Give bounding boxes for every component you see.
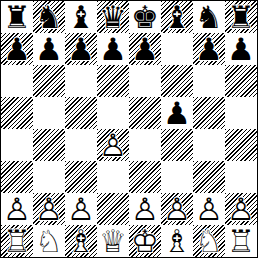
square-a5[interactable]	[1, 97, 33, 129]
square-b4[interactable]	[33, 129, 65, 161]
piece-glyph: ♛	[97, 1, 129, 33]
piece-halo: ♜	[1, 1, 33, 33]
square-h4[interactable]	[225, 129, 257, 161]
square-d3[interactable]	[97, 161, 129, 193]
white-rook: ♜♖	[225, 225, 257, 257]
square-g7[interactable]: ♟♟	[193, 33, 225, 65]
square-g1[interactable]: ♞♘	[193, 225, 225, 257]
square-a2[interactable]: ♟♙	[1, 193, 33, 225]
piece-halo: ♟	[161, 193, 193, 225]
square-g4[interactable]	[193, 129, 225, 161]
piece-glyph: ♝	[161, 1, 193, 33]
piece-glyph: ♟	[97, 33, 129, 65]
black-bishop: ♝♝	[65, 1, 97, 33]
piece-glyph: ♟	[225, 33, 257, 65]
square-d4[interactable]: ♟♙	[97, 129, 129, 161]
black-pawn: ♟♟	[161, 97, 193, 129]
square-h8[interactable]: ♜♜	[225, 1, 257, 33]
white-bishop: ♝♗	[161, 225, 193, 257]
square-a6[interactable]	[1, 65, 33, 97]
square-f4[interactable]	[161, 129, 193, 161]
square-f5[interactable]: ♟♟	[161, 97, 193, 129]
piece-glyph: ♙	[129, 193, 161, 225]
piece-glyph: ♟	[161, 97, 193, 129]
square-h7[interactable]: ♟♟	[225, 33, 257, 65]
piece-glyph: ♖	[225, 225, 257, 257]
white-knight: ♞♘	[33, 225, 65, 257]
square-h5[interactable]	[225, 97, 257, 129]
piece-glyph: ♟	[193, 33, 225, 65]
piece-halo: ♟	[97, 33, 129, 65]
piece-halo: ♝	[65, 225, 97, 257]
white-pawn: ♟♙	[1, 193, 33, 225]
piece-halo: ♞	[33, 225, 65, 257]
piece-glyph: ♔	[129, 225, 161, 257]
square-c2[interactable]: ♟♙	[65, 193, 97, 225]
piece-halo: ♟	[97, 129, 129, 161]
square-g6[interactable]	[193, 65, 225, 97]
white-pawn: ♟♙	[33, 193, 65, 225]
chess-diagram: ♜♜♞♞♝♝♛♛♚♚♝♝♞♞♜♜♟♟♟♟♟♟♟♟♟♟♟♟♟♟♟♟♟♙♟♙♟♙♟♙…	[0, 0, 258, 258]
piece-glyph: ♟	[1, 33, 33, 65]
piece-glyph: ♞	[33, 1, 65, 33]
white-pawn: ♟♙	[193, 193, 225, 225]
piece-halo: ♟	[129, 33, 161, 65]
piece-glyph: ♟	[65, 33, 97, 65]
white-rook: ♜♖	[1, 225, 33, 257]
black-pawn: ♟♟	[225, 33, 257, 65]
piece-halo: ♟	[65, 33, 97, 65]
square-h3[interactable]	[225, 161, 257, 193]
piece-glyph: ♙	[65, 193, 97, 225]
square-h2[interactable]: ♟♙	[225, 193, 257, 225]
square-g3[interactable]	[193, 161, 225, 193]
white-bishop: ♝♗	[65, 225, 97, 257]
square-d2[interactable]	[97, 193, 129, 225]
piece-glyph: ♙	[225, 193, 257, 225]
piece-glyph: ♜	[1, 1, 33, 33]
square-h1[interactable]: ♜♖	[225, 225, 257, 257]
black-pawn: ♟♟	[1, 33, 33, 65]
piece-halo: ♟	[193, 33, 225, 65]
black-rook: ♜♜	[1, 1, 33, 33]
square-d6[interactable]	[97, 65, 129, 97]
piece-glyph: ♟	[33, 33, 65, 65]
piece-halo: ♟	[1, 33, 33, 65]
square-e8[interactable]: ♚♚	[129, 1, 161, 33]
piece-halo: ♜	[225, 1, 257, 33]
piece-halo: ♞	[193, 1, 225, 33]
white-pawn: ♟♙	[129, 193, 161, 225]
square-a7[interactable]: ♟♟	[1, 33, 33, 65]
square-d1[interactable]: ♛♕	[97, 225, 129, 257]
piece-halo: ♜	[1, 225, 33, 257]
white-queen: ♛♕	[97, 225, 129, 257]
square-c3[interactable]	[65, 161, 97, 193]
white-knight: ♞♘	[193, 225, 225, 257]
square-b6[interactable]	[33, 65, 65, 97]
square-f6[interactable]	[161, 65, 193, 97]
piece-glyph: ♙	[33, 193, 65, 225]
black-rook: ♜♜	[225, 1, 257, 33]
piece-glyph: ♙	[97, 129, 129, 161]
black-king: ♚♚	[129, 1, 161, 33]
piece-glyph: ♕	[97, 225, 129, 257]
square-e6[interactable]	[129, 65, 161, 97]
square-d8[interactable]: ♛♛	[97, 1, 129, 33]
square-c5[interactable]	[65, 97, 97, 129]
piece-halo: ♟	[193, 193, 225, 225]
piece-halo: ♚	[129, 1, 161, 33]
piece-halo: ♟	[129, 193, 161, 225]
black-knight: ♞♞	[33, 1, 65, 33]
square-c4[interactable]	[65, 129, 97, 161]
square-g8[interactable]: ♞♞	[193, 1, 225, 33]
square-d7[interactable]: ♟♟	[97, 33, 129, 65]
square-a4[interactable]	[1, 129, 33, 161]
piece-halo: ♜	[225, 225, 257, 257]
square-e3[interactable]	[129, 161, 161, 193]
square-b2[interactable]: ♟♙	[33, 193, 65, 225]
square-e2[interactable]: ♟♙	[129, 193, 161, 225]
square-h6[interactable]	[225, 65, 257, 97]
piece-halo: ♞	[193, 225, 225, 257]
square-e4[interactable]	[129, 129, 161, 161]
white-king: ♚♔	[129, 225, 161, 257]
square-b5[interactable]	[33, 97, 65, 129]
square-a3[interactable]	[1, 161, 33, 193]
piece-halo: ♟	[33, 193, 65, 225]
piece-halo: ♟	[161, 97, 193, 129]
square-e5[interactable]	[129, 97, 161, 129]
piece-glyph: ♝	[65, 1, 97, 33]
piece-halo: ♟	[65, 193, 97, 225]
piece-halo: ♛	[97, 225, 129, 257]
square-b1[interactable]: ♞♘	[33, 225, 65, 257]
square-b7[interactable]: ♟♟	[33, 33, 65, 65]
piece-glyph: ♚	[129, 1, 161, 33]
piece-halo: ♟	[225, 33, 257, 65]
square-e1[interactable]: ♚♔	[129, 225, 161, 257]
piece-glyph: ♞	[193, 1, 225, 33]
white-pawn: ♟♙	[97, 129, 129, 161]
square-f3[interactable]	[161, 161, 193, 193]
piece-halo: ♛	[97, 1, 129, 33]
square-g2[interactable]: ♟♙	[193, 193, 225, 225]
piece-halo: ♟	[33, 33, 65, 65]
chess-board: ♜♜♞♞♝♝♛♛♚♚♝♝♞♞♜♜♟♟♟♟♟♟♟♟♟♟♟♟♟♟♟♟♟♙♟♙♟♙♟♙…	[0, 0, 258, 258]
square-f7[interactable]	[161, 33, 193, 65]
black-knight: ♞♞	[193, 1, 225, 33]
piece-halo: ♚	[129, 225, 161, 257]
piece-glyph: ♘	[33, 225, 65, 257]
square-f1[interactable]: ♝♗	[161, 225, 193, 257]
black-queen: ♛♛	[97, 1, 129, 33]
black-pawn: ♟♟	[33, 33, 65, 65]
square-c6[interactable]	[65, 65, 97, 97]
square-b3[interactable]	[33, 161, 65, 193]
square-f8[interactable]: ♝♝	[161, 1, 193, 33]
square-c7[interactable]: ♟♟	[65, 33, 97, 65]
black-bishop: ♝♝	[161, 1, 193, 33]
piece-glyph: ♖	[1, 225, 33, 257]
square-b8[interactable]: ♞♞	[33, 1, 65, 33]
piece-glyph: ♜	[225, 1, 257, 33]
piece-glyph: ♘	[193, 225, 225, 257]
black-pawn: ♟♟	[193, 33, 225, 65]
piece-halo: ♝	[65, 1, 97, 33]
square-a1[interactable]: ♜♖	[1, 225, 33, 257]
black-pawn: ♟♟	[97, 33, 129, 65]
white-pawn: ♟♙	[161, 193, 193, 225]
piece-halo: ♞	[33, 1, 65, 33]
piece-glyph: ♟	[129, 33, 161, 65]
square-c8[interactable]: ♝♝	[65, 1, 97, 33]
piece-glyph: ♗	[161, 225, 193, 257]
square-f2[interactable]: ♟♙	[161, 193, 193, 225]
piece-glyph: ♗	[65, 225, 97, 257]
piece-glyph: ♙	[193, 193, 225, 225]
white-pawn: ♟♙	[225, 193, 257, 225]
square-g5[interactable]	[193, 97, 225, 129]
black-pawn: ♟♟	[129, 33, 161, 65]
square-d5[interactable]	[97, 97, 129, 129]
square-e7[interactable]: ♟♟	[129, 33, 161, 65]
piece-glyph: ♙	[1, 193, 33, 225]
piece-glyph: ♙	[161, 193, 193, 225]
black-pawn: ♟♟	[65, 33, 97, 65]
piece-halo: ♝	[161, 225, 193, 257]
piece-halo: ♟	[225, 193, 257, 225]
square-a8[interactable]: ♜♜	[1, 1, 33, 33]
white-pawn: ♟♙	[65, 193, 97, 225]
piece-halo: ♟	[1, 193, 33, 225]
piece-halo: ♝	[161, 1, 193, 33]
square-c1[interactable]: ♝♗	[65, 225, 97, 257]
